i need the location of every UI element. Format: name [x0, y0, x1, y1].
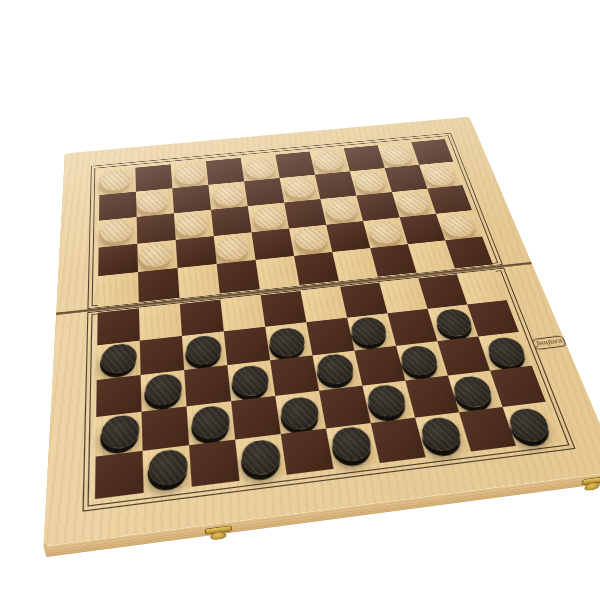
brass-clasp-left: [205, 525, 235, 541]
square-r8c2[interactable]: [141, 370, 187, 412]
light-piece[interactable]: [353, 170, 388, 193]
square-r4c5[interactable]: [252, 229, 295, 260]
square-r3c4[interactable]: [211, 206, 252, 236]
square-r8c8[interactable]: [396, 341, 448, 380]
square-r1c4[interactable]: [206, 158, 244, 185]
light-piece[interactable]: [324, 197, 359, 221]
light-piece[interactable]: [367, 220, 404, 245]
dark-piece[interactable]: [185, 334, 222, 366]
square-r8c3[interactable]: [184, 365, 231, 406]
square-r4c2[interactable]: [137, 240, 177, 272]
square-r10c8[interactable]: [415, 412, 471, 457]
light-piece[interactable]: [294, 226, 330, 252]
dark-piece[interactable]: [145, 372, 183, 406]
checkers-board: Jeujura: [44, 117, 600, 547]
brass-clasp-right: [579, 476, 600, 491]
square-r5c5[interactable]: [256, 256, 300, 289]
square-r2c2[interactable]: [136, 188, 174, 217]
square-r5c2[interactable]: [138, 268, 179, 302]
square-r7c8[interactable]: [387, 309, 437, 346]
square-r5c10[interactable]: [445, 237, 493, 269]
square-r3c5[interactable]: [248, 203, 289, 233]
square-r6c3[interactable]: [180, 300, 224, 336]
square-r3c6[interactable]: [284, 199, 326, 228]
dark-piece[interactable]: [330, 425, 374, 463]
dark-piece[interactable]: [315, 353, 356, 386]
light-piece[interactable]: [215, 235, 249, 261]
dark-piece[interactable]: [101, 342, 137, 374]
light-piece[interactable]: [313, 150, 346, 172]
square-r10c10[interactable]: [503, 402, 561, 446]
dark-piece[interactable]: [240, 438, 283, 477]
square-r3c1[interactable]: [99, 217, 138, 248]
square-r8c7[interactable]: [354, 346, 405, 386]
light-piece[interactable]: [213, 184, 246, 207]
light-piece[interactable]: [380, 145, 414, 166]
square-r10c4[interactable]: [235, 434, 287, 481]
square-r10c6[interactable]: [326, 423, 380, 469]
square-r9c6[interactable]: [319, 386, 371, 429]
light-piece[interactable]: [283, 176, 317, 199]
dark-piece[interactable]: [450, 375, 495, 409]
square-r7c9[interactable]: [428, 304, 479, 341]
square-r6c1[interactable]: [97, 308, 140, 345]
square-r8c9[interactable]: [437, 336, 490, 375]
perspective-scene: Jeujura: [0, 0, 600, 600]
light-piece[interactable]: [175, 212, 208, 237]
square-r2c3[interactable]: [172, 185, 211, 214]
square-r10c5[interactable]: [281, 429, 334, 475]
square-r9c7[interactable]: [362, 381, 415, 423]
square-r3c3[interactable]: [174, 210, 214, 240]
square-r8c4[interactable]: [227, 360, 275, 401]
square-r7c2[interactable]: [140, 336, 184, 375]
square-r9c2[interactable]: [142, 406, 190, 451]
square-r8c10[interactable]: [478, 332, 532, 371]
dark-piece[interactable]: [365, 383, 408, 418]
dark-piece[interactable]: [505, 407, 553, 443]
dark-piece[interactable]: [349, 316, 389, 347]
square-r7c10[interactable]: [467, 300, 519, 336]
square-r1c5[interactable]: [241, 155, 280, 182]
square-r6c6[interactable]: [301, 287, 348, 322]
square-r1c1[interactable]: [99, 168, 136, 195]
square-r2c5[interactable]: [244, 178, 284, 206]
square-r2c4[interactable]: [208, 181, 247, 209]
square-r1c2[interactable]: [135, 164, 172, 191]
clasp-hook-icon: [210, 531, 227, 541]
light-piece[interactable]: [101, 218, 133, 243]
dark-piece[interactable]: [191, 404, 231, 440]
square-r2c1[interactable]: [99, 192, 137, 221]
square-r9c8[interactable]: [405, 376, 459, 418]
square-r5c3[interactable]: [178, 264, 220, 298]
light-piece[interactable]: [137, 190, 168, 214]
square-r7c3[interactable]: [182, 331, 227, 370]
light-piece[interactable]: [440, 213, 478, 238]
square-r8c5[interactable]: [270, 355, 319, 396]
square-r4c6[interactable]: [289, 225, 332, 256]
square-r2c6[interactable]: [280, 175, 321, 203]
dark-piece[interactable]: [418, 416, 464, 453]
square-r7c4[interactable]: [224, 327, 270, 365]
square-r2c10[interactable]: [419, 162, 462, 189]
light-piece[interactable]: [395, 191, 431, 215]
dark-piece[interactable]: [484, 336, 528, 368]
square-r6c5[interactable]: [261, 291, 307, 327]
border-line-inner-bottom-half: [87, 270, 569, 506]
square-r4c1[interactable]: [98, 244, 138, 276]
border-line-outer-bottom-half: [82, 268, 575, 512]
light-piece[interactable]: [244, 157, 276, 179]
square-r3c10[interactable]: [427, 185, 472, 214]
square-r9c4[interactable]: [231, 396, 281, 440]
square-r10c7[interactable]: [371, 418, 426, 463]
square-r8c1[interactable]: [96, 375, 141, 417]
light-piece[interactable]: [253, 206, 287, 231]
square-r10c9[interactable]: [459, 407, 516, 452]
square-r7c6[interactable]: [306, 318, 354, 356]
square-r4c10[interactable]: [436, 210, 482, 240]
dark-piece[interactable]: [231, 364, 271, 398]
light-piece[interactable]: [139, 242, 172, 269]
square-r9c9[interactable]: [448, 371, 503, 413]
product-photo-stage: Jeujura: [0, 0, 600, 600]
square-r3c2[interactable]: [137, 213, 176, 243]
dark-piece[interactable]: [433, 308, 475, 338]
square-r9c5[interactable]: [275, 391, 326, 434]
square-r10c1[interactable]: [95, 451, 144, 499]
square-r1c7[interactable]: [310, 148, 350, 174]
light-piece[interactable]: [422, 164, 458, 186]
light-piece[interactable]: [101, 169, 131, 192]
square-r5c6[interactable]: [294, 252, 339, 285]
square-r6c4[interactable]: [220, 295, 265, 331]
square-r7c5[interactable]: [265, 322, 312, 360]
light-piece[interactable]: [175, 163, 206, 185]
dark-piece[interactable]: [279, 395, 321, 431]
square-r1c3[interactable]: [171, 161, 209, 188]
square-r5c1[interactable]: [98, 272, 139, 306]
square-r4c3[interactable]: [176, 236, 217, 268]
square-r9c3[interactable]: [187, 401, 236, 445]
square-r1c10[interactable]: [411, 139, 453, 165]
dark-piece[interactable]: [101, 413, 140, 450]
square-r4c4[interactable]: [214, 232, 256, 264]
board-half-bottom: Jeujura: [44, 265, 600, 547]
square-r10c3[interactable]: [189, 440, 239, 487]
square-r6c10[interactable]: [457, 270, 507, 304]
square-r1c6[interactable]: [275, 152, 315, 178]
square-r7c7[interactable]: [347, 313, 396, 350]
square-r7c1[interactable]: [97, 341, 141, 380]
square-r6c2[interactable]: [139, 304, 182, 341]
brand-logo-stamp: Jeujura: [531, 335, 567, 350]
dark-piece[interactable]: [268, 326, 307, 357]
square-r9c10[interactable]: [490, 366, 546, 407]
dark-piece[interactable]: [398, 344, 441, 377]
square-r5c4[interactable]: [217, 260, 260, 294]
square-r10c2[interactable]: [143, 445, 192, 493]
square-r8c6[interactable]: [312, 351, 362, 391]
dark-piece[interactable]: [148, 448, 189, 487]
square-r9c1[interactable]: [96, 412, 143, 457]
playfield-bottom-rows: [95, 270, 561, 499]
